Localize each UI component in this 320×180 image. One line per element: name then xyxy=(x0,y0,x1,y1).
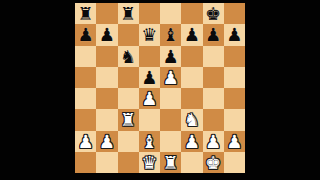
square-c3[interactable]: ♜ xyxy=(118,109,139,130)
piece-white-rook: ♜ xyxy=(120,109,136,130)
piece-white-pawn: ♟ xyxy=(226,131,242,152)
piece-black-bishop: ♝ xyxy=(163,24,179,45)
square-e4[interactable] xyxy=(160,88,181,109)
square-b1[interactable] xyxy=(96,152,117,173)
square-g3[interactable] xyxy=(203,109,224,130)
piece-black-pawn: ♟ xyxy=(205,24,221,45)
piece-black-queen: ♛ xyxy=(141,24,157,45)
square-b6[interactable] xyxy=(96,46,117,67)
piece-black-pawn: ♟ xyxy=(99,24,115,45)
piece-white-pawn: ♟ xyxy=(141,88,157,109)
square-d4[interactable]: ♟ xyxy=(139,88,160,109)
square-b2[interactable]: ♟ xyxy=(96,131,117,152)
chess-board: ♜♜♚♟♟♛♝♟♟♟♞♟♟♟♟♜♞♟♟♝♟♟♟♛♜♚ xyxy=(75,3,245,173)
square-a5[interactable] xyxy=(75,67,96,88)
square-h1[interactable] xyxy=(224,152,245,173)
square-c4[interactable] xyxy=(118,88,139,109)
square-g1[interactable]: ♚ xyxy=(203,152,224,173)
piece-black-knight: ♞ xyxy=(120,46,136,67)
piece-white-pawn: ♟ xyxy=(99,131,115,152)
square-c2[interactable] xyxy=(118,131,139,152)
square-h8[interactable] xyxy=(224,3,245,24)
piece-white-rook: ♜ xyxy=(163,152,179,173)
square-f3[interactable]: ♞ xyxy=(181,109,202,130)
square-g8[interactable]: ♚ xyxy=(203,3,224,24)
square-d2[interactable]: ♝ xyxy=(139,131,160,152)
piece-white-bishop: ♝ xyxy=(141,131,157,152)
video-frame: ♜♜♚♟♟♛♝♟♟♟♞♟♟♟♟♜♞♟♟♝♟♟♟♛♜♚ xyxy=(0,0,320,180)
square-c1[interactable] xyxy=(118,152,139,173)
square-c6[interactable]: ♞ xyxy=(118,46,139,67)
square-b5[interactable] xyxy=(96,67,117,88)
square-b7[interactable]: ♟ xyxy=(96,24,117,45)
piece-black-rook: ♜ xyxy=(78,3,94,24)
square-c5[interactable] xyxy=(118,67,139,88)
square-d8[interactable] xyxy=(139,3,160,24)
square-a3[interactable] xyxy=(75,109,96,130)
square-a6[interactable] xyxy=(75,46,96,67)
square-h5[interactable] xyxy=(224,67,245,88)
piece-white-pawn: ♟ xyxy=(184,131,200,152)
square-e3[interactable] xyxy=(160,109,181,130)
square-g2[interactable]: ♟ xyxy=(203,131,224,152)
square-a8[interactable]: ♜ xyxy=(75,3,96,24)
square-b3[interactable] xyxy=(96,109,117,130)
piece-white-pawn: ♟ xyxy=(163,67,179,88)
square-f1[interactable] xyxy=(181,152,202,173)
square-e1[interactable]: ♜ xyxy=(160,152,181,173)
square-f5[interactable] xyxy=(181,67,202,88)
square-e5[interactable]: ♟ xyxy=(160,67,181,88)
square-f6[interactable] xyxy=(181,46,202,67)
piece-black-king: ♚ xyxy=(205,3,221,24)
piece-black-pawn: ♟ xyxy=(226,24,242,45)
square-f4[interactable] xyxy=(181,88,202,109)
piece-white-pawn: ♟ xyxy=(78,131,94,152)
square-e7[interactable]: ♝ xyxy=(160,24,181,45)
square-d7[interactable]: ♛ xyxy=(139,24,160,45)
square-g4[interactable] xyxy=(203,88,224,109)
square-c8[interactable]: ♜ xyxy=(118,3,139,24)
piece-white-knight: ♞ xyxy=(184,109,200,130)
piece-black-pawn: ♟ xyxy=(141,67,157,88)
square-d3[interactable] xyxy=(139,109,160,130)
piece-black-pawn: ♟ xyxy=(163,46,179,67)
square-b8[interactable] xyxy=(96,3,117,24)
square-h3[interactable] xyxy=(224,109,245,130)
square-h6[interactable] xyxy=(224,46,245,67)
square-a2[interactable]: ♟ xyxy=(75,131,96,152)
square-g6[interactable] xyxy=(203,46,224,67)
square-e2[interactable] xyxy=(160,131,181,152)
piece-white-pawn: ♟ xyxy=(205,131,221,152)
piece-black-pawn: ♟ xyxy=(184,24,200,45)
square-c7[interactable] xyxy=(118,24,139,45)
square-f2[interactable]: ♟ xyxy=(181,131,202,152)
piece-black-pawn: ♟ xyxy=(78,24,94,45)
square-g7[interactable]: ♟ xyxy=(203,24,224,45)
square-g5[interactable] xyxy=(203,67,224,88)
square-d5[interactable]: ♟ xyxy=(139,67,160,88)
square-f7[interactable]: ♟ xyxy=(181,24,202,45)
square-b4[interactable] xyxy=(96,88,117,109)
square-e6[interactable]: ♟ xyxy=(160,46,181,67)
square-e8[interactable] xyxy=(160,3,181,24)
square-d6[interactable] xyxy=(139,46,160,67)
square-f8[interactable] xyxy=(181,3,202,24)
piece-black-rook: ♜ xyxy=(120,3,136,24)
square-a4[interactable] xyxy=(75,88,96,109)
square-h4[interactable] xyxy=(224,88,245,109)
piece-white-queen: ♛ xyxy=(141,152,157,173)
square-a7[interactable]: ♟ xyxy=(75,24,96,45)
piece-white-king: ♚ xyxy=(205,152,221,173)
square-h7[interactable]: ♟ xyxy=(224,24,245,45)
square-a1[interactable] xyxy=(75,152,96,173)
square-d1[interactable]: ♛ xyxy=(139,152,160,173)
square-h2[interactable]: ♟ xyxy=(224,131,245,152)
